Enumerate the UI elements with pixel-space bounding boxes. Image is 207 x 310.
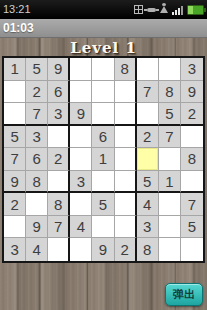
cell-r2c7[interactable]: 7: [137, 81, 159, 104]
cell-r5c7[interactable]: [137, 148, 159, 171]
timer-bar: 01:03: [0, 19, 207, 38]
cell-r3c1[interactable]: [4, 103, 26, 126]
cell-r7c8[interactable]: [159, 193, 181, 216]
cell-r4c2[interactable]: 3: [26, 126, 48, 149]
cell-r2c3[interactable]: 6: [48, 81, 70, 104]
cell-r6c4[interactable]: 3: [70, 171, 92, 194]
cell-r6c3[interactable]: [48, 171, 70, 194]
cell-r9c1[interactable]: 3: [4, 238, 26, 261]
cell-r5c2[interactable]: 6: [26, 148, 48, 171]
cell-r3c4[interactable]: 9: [70, 103, 92, 126]
cell-r6c1[interactable]: 9: [4, 171, 26, 194]
popup-button[interactable]: 弹出: [165, 283, 203, 306]
cell-r8c9[interactable]: 5: [181, 216, 203, 239]
cell-r7c1[interactable]: 2: [4, 193, 26, 216]
cell-r4c1[interactable]: 5: [4, 126, 26, 149]
cell-r3c3[interactable]: 3: [48, 103, 70, 126]
cell-r7c2[interactable]: [26, 193, 48, 216]
cell-r5c1[interactable]: 7: [4, 148, 26, 171]
cell-r3c7[interactable]: [137, 103, 159, 126]
cell-r2c6[interactable]: [115, 81, 137, 104]
cell-r3c5[interactable]: [92, 103, 114, 126]
cell-r7c5[interactable]: 5: [92, 193, 114, 216]
cell-r9c6[interactable]: 2: [115, 238, 137, 261]
cell-r9c9[interactable]: [181, 238, 203, 261]
cell-r9c5[interactable]: 9: [92, 238, 114, 261]
cell-r5c6[interactable]: [115, 148, 137, 171]
cell-r6c7[interactable]: 5: [137, 171, 159, 194]
cell-r4c6[interactable]: [115, 126, 137, 149]
cell-r2c5[interactable]: [92, 81, 114, 104]
cell-r8c5[interactable]: [92, 216, 114, 239]
cell-r4c4[interactable]: [70, 126, 92, 149]
cell-r5c4[interactable]: [70, 148, 92, 171]
cell-r9c8[interactable]: [159, 238, 181, 261]
cell-r2c1[interactable]: [4, 81, 26, 104]
status-bar: 13:21: [0, 0, 207, 19]
person-icon: [160, 6, 168, 13]
cell-r6c2[interactable]: 8: [26, 171, 48, 194]
battery-icon: [187, 5, 204, 15]
cell-r4c9[interactable]: [181, 126, 203, 149]
grid-icon: [134, 5, 143, 14]
cell-r2c9[interactable]: 9: [181, 81, 203, 104]
cell-r1c1[interactable]: 1: [4, 58, 26, 81]
cell-r9c7[interactable]: 8: [137, 238, 159, 261]
cell-r4c8[interactable]: 7: [159, 126, 181, 149]
app-screen: 13:21 01:03 Level 1 15983267897395253627…: [0, 0, 207, 310]
cell-r1c6[interactable]: 8: [115, 58, 137, 81]
usb-icon: [147, 8, 156, 12]
cell-r8c7[interactable]: 3: [137, 216, 159, 239]
clock-time: 13:21: [3, 0, 31, 19]
cell-r2c4[interactable]: [70, 81, 92, 104]
cell-r8c3[interactable]: 7: [48, 216, 70, 239]
cell-r2c8[interactable]: 8: [159, 81, 181, 104]
cell-r7c3[interactable]: 8: [48, 193, 70, 216]
cell-r6c8[interactable]: 1: [159, 171, 181, 194]
cell-r8c2[interactable]: 9: [26, 216, 48, 239]
cell-r9c4[interactable]: [70, 238, 92, 261]
cell-r1c3[interactable]: 9: [48, 58, 70, 81]
level-title: Level 1: [0, 39, 207, 57]
cell-r8c8[interactable]: [159, 216, 181, 239]
cell-r6c6[interactable]: [115, 171, 137, 194]
cell-r1c8[interactable]: [159, 58, 181, 81]
cell-r1c5[interactable]: [92, 58, 114, 81]
cell-r8c6[interactable]: [115, 216, 137, 239]
cell-r9c3[interactable]: [48, 238, 70, 261]
cell-r7c6[interactable]: [115, 193, 137, 216]
cell-r3c6[interactable]: [115, 103, 137, 126]
signal-icon: [172, 5, 183, 15]
cell-r3c2[interactable]: 7: [26, 103, 48, 126]
cell-r4c7[interactable]: 2: [137, 126, 159, 149]
cell-r2c2[interactable]: 2: [26, 81, 48, 104]
cell-r1c7[interactable]: [137, 58, 159, 81]
cell-r3c9[interactable]: 2: [181, 103, 203, 126]
cell-r7c4[interactable]: [70, 193, 92, 216]
cell-r5c5[interactable]: 1: [92, 148, 114, 171]
cell-r6c9[interactable]: [181, 171, 203, 194]
cell-r1c2[interactable]: 5: [26, 58, 48, 81]
cell-r1c4[interactable]: [70, 58, 92, 81]
cell-r7c7[interactable]: 4: [137, 193, 159, 216]
cell-r5c9[interactable]: 8: [181, 148, 203, 171]
sudoku-board: 1598326789739525362776218983512854797435…: [2, 56, 205, 263]
cell-r6c5[interactable]: [92, 171, 114, 194]
cell-r1c9[interactable]: 3: [181, 58, 203, 81]
cell-r4c3[interactable]: [48, 126, 70, 149]
timer-value: 01:03: [0, 19, 207, 37]
cell-r9c2[interactable]: 4: [26, 238, 48, 261]
cell-r4c5[interactable]: 6: [92, 126, 114, 149]
cell-r8c1[interactable]: [4, 216, 26, 239]
cell-r7c9[interactable]: 7: [181, 193, 203, 216]
cell-r8c4[interactable]: 4: [70, 216, 92, 239]
cell-r5c8[interactable]: [159, 148, 181, 171]
status-icons: [134, 5, 204, 15]
cell-r5c3[interactable]: 2: [48, 148, 70, 171]
cell-r3c8[interactable]: 5: [159, 103, 181, 126]
